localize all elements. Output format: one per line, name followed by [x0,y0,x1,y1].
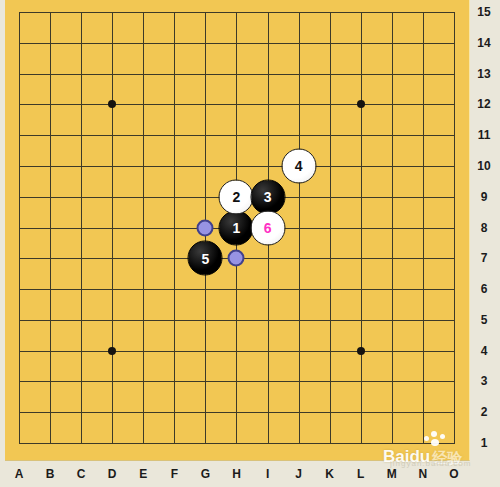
column-label-o: O [449,467,458,481]
row-label-7: 7 [470,251,498,265]
column-label-j: J [295,467,302,481]
star-point-l4 [357,347,365,355]
row-label-4: 4 [470,344,498,358]
grid-vertical-line [423,12,424,444]
grid-vertical-line [299,12,300,444]
row-label-3: 3 [470,374,498,388]
row-label-8: 8 [470,221,498,235]
star-point-l12 [357,100,365,108]
column-label-a: A [15,467,24,481]
column-label-k: K [325,467,334,481]
column-label-m: M [387,467,397,481]
grid-horizontal-line [19,320,455,321]
grid-vertical-line [454,12,455,444]
row-label-11: 11 [470,128,498,142]
grid-vertical-line [361,12,362,444]
stone-white-4-j10: 4 [281,148,316,183]
column-label-d: D [108,467,117,481]
row-label-2: 2 [470,405,498,419]
marked-point-g8 [197,219,214,236]
grid-vertical-line [330,12,331,444]
column-label-i: I [266,467,269,481]
stone-black-3-i9: 3 [250,179,285,214]
column-label-e: E [139,467,147,481]
row-label-10: 10 [470,159,498,173]
grid-horizontal-line [19,289,455,290]
row-label-6: 6 [470,282,498,296]
marked-point-h7 [228,250,245,267]
watermark-subtext: jingyan.baidu.com [390,459,475,468]
baidu-paw-icon [423,431,449,445]
stone-white-2-h9: 2 [219,179,254,214]
grid-horizontal-line [19,351,455,352]
row-label-15: 15 [470,5,498,19]
column-label-f: F [171,467,178,481]
grid-horizontal-line [19,412,455,413]
star-point-d12 [108,100,116,108]
column-label-h: H [232,467,241,481]
row-label-13: 13 [470,67,498,81]
row-label-12: 12 [470,97,498,111]
stone-black-5-g7: 5 [188,241,223,276]
column-label-c: C [77,467,86,481]
column-label-g: G [201,467,210,481]
go-board: ABCDEFGHIJKLMNO1234567891011121314151234… [0,0,500,487]
row-label-9: 9 [470,190,498,204]
stone-white-6-i8: 6 [250,210,285,245]
grid-vertical-line [392,12,393,444]
row-label-5: 5 [470,313,498,327]
column-label-b: B [46,467,55,481]
row-label-14: 14 [470,36,498,50]
stone-black-1-h8: 1 [219,210,254,245]
grid-horizontal-line [19,381,455,382]
column-label-n: N [419,467,428,481]
star-point-d4 [108,347,116,355]
column-label-l: L [357,467,364,481]
